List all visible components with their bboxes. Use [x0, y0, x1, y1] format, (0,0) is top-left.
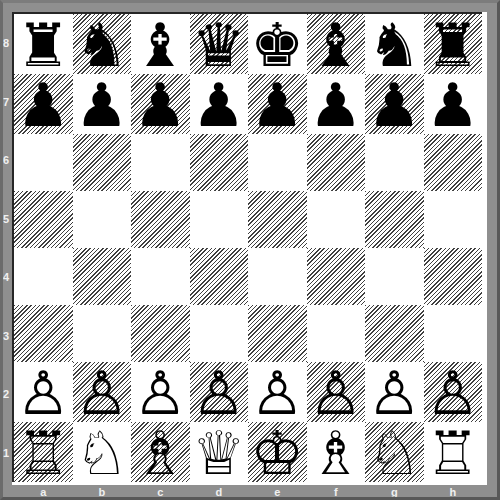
file-label-g: g [365, 485, 424, 498]
square-f2[interactable]: ♙ [307, 362, 366, 422]
square-g7[interactable]: ♟ [365, 74, 424, 134]
rank-label-2: 2 [0, 365, 12, 424]
square-d5[interactable] [190, 191, 249, 248]
square-c8[interactable]: ♝ [131, 14, 190, 74]
square-h4[interactable] [424, 248, 483, 305]
piece-black-pawn: ♟ [426, 75, 480, 135]
square-a6[interactable] [14, 134, 73, 191]
square-d4[interactable] [190, 248, 249, 305]
square-e6[interactable] [248, 134, 307, 191]
piece-white-rook: ♖ [16, 423, 70, 483]
square-b2[interactable]: ♙ [73, 362, 132, 422]
square-e1[interactable]: ♔ [248, 422, 307, 482]
square-d1[interactable]: ♕ [190, 422, 249, 482]
rank-label-4: 4 [0, 248, 12, 307]
piece-white-rook: ♖ [426, 423, 480, 483]
square-a1[interactable]: ♖ [14, 422, 73, 482]
square-c3[interactable] [131, 305, 190, 362]
file-label-e: e [248, 485, 307, 498]
piece-black-queen: ♛ [192, 15, 246, 75]
square-b4[interactable] [73, 248, 132, 305]
square-h7[interactable]: ♟ [424, 74, 483, 134]
file-labels: abcdefgh [14, 485, 482, 498]
rank-label-8: 8 [0, 14, 12, 73]
piece-black-knight: ♞ [75, 15, 129, 75]
piece-black-pawn: ♟ [133, 75, 187, 135]
square-e3[interactable] [248, 305, 307, 362]
piece-white-queen: ♕ [192, 423, 246, 483]
piece-black-rook: ♜ [426, 15, 480, 75]
square-e8[interactable]: ♚ [248, 14, 307, 74]
piece-white-pawn: ♙ [75, 363, 129, 423]
piece-white-pawn: ♙ [16, 363, 70, 423]
square-c7[interactable]: ♟ [131, 74, 190, 134]
square-f6[interactable] [307, 134, 366, 191]
piece-black-pawn: ♟ [16, 75, 70, 135]
piece-black-rook: ♜ [16, 15, 70, 75]
square-b3[interactable] [73, 305, 132, 362]
square-h8[interactable]: ♜ [424, 14, 483, 74]
piece-white-knight: ♘ [75, 423, 129, 483]
rank-label-1: 1 [0, 424, 12, 483]
rank-label-5: 5 [0, 190, 12, 249]
square-g2[interactable]: ♙ [365, 362, 424, 422]
piece-white-bishop: ♗ [309, 423, 363, 483]
piece-black-pawn: ♟ [192, 75, 246, 135]
piece-white-knight: ♘ [367, 423, 421, 483]
square-g4[interactable] [365, 248, 424, 305]
square-h1[interactable]: ♖ [424, 422, 483, 482]
square-a8[interactable]: ♜ [14, 14, 73, 74]
file-label-f: f [307, 485, 366, 498]
square-e7[interactable]: ♟ [248, 74, 307, 134]
piece-white-pawn: ♙ [309, 363, 363, 423]
square-b6[interactable] [73, 134, 132, 191]
square-c5[interactable] [131, 191, 190, 248]
chess-board-widget: 87654321 abcdefgh ♜♞♝♛♚♝♞♜♟♟♟♟♟♟♟♟♙♙♙♙♙♙… [0, 0, 500, 500]
square-d2[interactable]: ♙ [190, 362, 249, 422]
square-b7[interactable]: ♟ [73, 74, 132, 134]
piece-black-king: ♚ [250, 15, 304, 75]
square-f3[interactable] [307, 305, 366, 362]
square-c2[interactable]: ♙ [131, 362, 190, 422]
file-label-a: a [14, 485, 73, 498]
piece-black-pawn: ♟ [250, 75, 304, 135]
square-f5[interactable] [307, 191, 366, 248]
piece-white-pawn: ♙ [426, 363, 480, 423]
square-f4[interactable] [307, 248, 366, 305]
chess-board: ♜♞♝♛♚♝♞♜♟♟♟♟♟♟♟♟♙♙♙♙♙♙♙♙♖♘♗♕♔♗♘♖ [12, 12, 482, 482]
square-d6[interactable] [190, 134, 249, 191]
square-g8[interactable]: ♞ [365, 14, 424, 74]
square-e4[interactable] [248, 248, 307, 305]
square-a5[interactable] [14, 191, 73, 248]
square-b1[interactable]: ♘ [73, 422, 132, 482]
square-c6[interactable] [131, 134, 190, 191]
square-b5[interactable] [73, 191, 132, 248]
square-d8[interactable]: ♛ [190, 14, 249, 74]
square-d3[interactable] [190, 305, 249, 362]
square-b8[interactable]: ♞ [73, 14, 132, 74]
square-a2[interactable]: ♙ [14, 362, 73, 422]
square-f8[interactable]: ♝ [307, 14, 366, 74]
file-label-c: c [131, 485, 190, 498]
piece-white-pawn: ♙ [192, 363, 246, 423]
piece-white-king: ♔ [250, 423, 304, 483]
piece-black-pawn: ♟ [309, 75, 363, 135]
square-c1[interactable]: ♗ [131, 422, 190, 482]
piece-black-pawn: ♟ [367, 75, 421, 135]
file-label-h: h [424, 485, 483, 498]
piece-white-pawn: ♙ [133, 363, 187, 423]
rank-label-3: 3 [0, 307, 12, 366]
piece-white-pawn: ♙ [367, 363, 421, 423]
square-e2[interactable]: ♙ [248, 362, 307, 422]
piece-white-bishop: ♗ [133, 423, 187, 483]
file-label-d: d [190, 485, 249, 498]
square-a4[interactable] [14, 248, 73, 305]
rank-label-7: 7 [0, 73, 12, 132]
square-g1[interactable]: ♘ [365, 422, 424, 482]
square-f1[interactable]: ♗ [307, 422, 366, 482]
square-e5[interactable] [248, 191, 307, 248]
piece-black-pawn: ♟ [75, 75, 129, 135]
square-d7[interactable]: ♟ [190, 74, 249, 134]
square-a3[interactable] [14, 305, 73, 362]
rank-labels: 87654321 [0, 14, 12, 482]
square-h2[interactable]: ♙ [424, 362, 483, 422]
board-frame-right [487, 0, 500, 500]
rank-label-6: 6 [0, 131, 12, 190]
square-g5[interactable] [365, 191, 424, 248]
file-label-b: b [73, 485, 132, 498]
square-h5[interactable] [424, 191, 483, 248]
piece-black-bishop: ♝ [309, 15, 363, 75]
square-h3[interactable] [424, 305, 483, 362]
square-f7[interactable]: ♟ [307, 74, 366, 134]
square-h6[interactable] [424, 134, 483, 191]
square-c4[interactable] [131, 248, 190, 305]
piece-white-pawn: ♙ [250, 363, 304, 423]
piece-black-knight: ♞ [367, 15, 421, 75]
square-g6[interactable] [365, 134, 424, 191]
square-a7[interactable]: ♟ [14, 74, 73, 134]
piece-black-bishop: ♝ [133, 15, 187, 75]
square-g3[interactable] [365, 305, 424, 362]
